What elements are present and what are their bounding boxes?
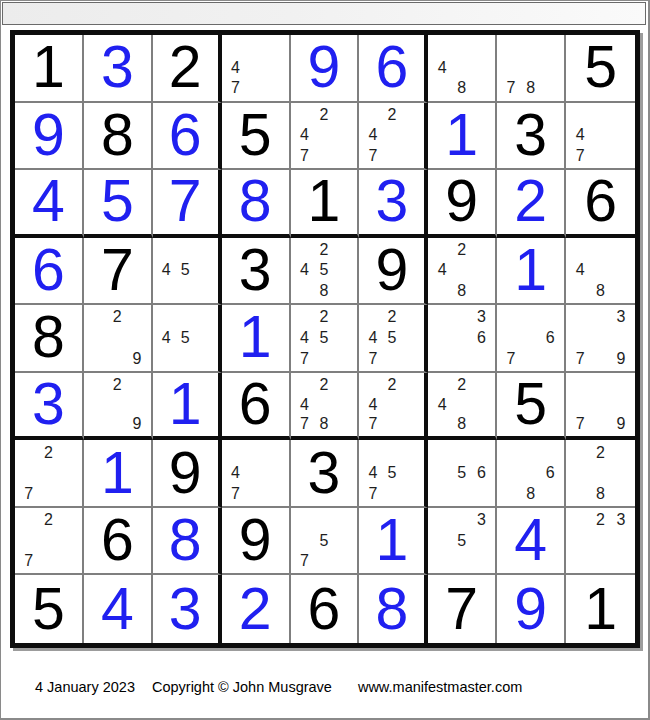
candidate-digit: 2 — [314, 307, 334, 328]
candidate-grid: 248 — [428, 238, 495, 304]
cell-r9c9[interactable]: 1 — [566, 575, 635, 643]
candidate-digit: 8 — [452, 78, 472, 99]
candidate-digit: 4 — [432, 260, 452, 281]
candidate-grid: 79 — [566, 373, 635, 437]
cell-r7c8[interactable]: 68 — [497, 440, 566, 508]
cell-value: 5 — [514, 375, 547, 434]
cell-value: 1 — [584, 580, 617, 639]
cell-value: 3 — [308, 444, 341, 503]
cell-r1c3[interactable]: 2 — [153, 35, 222, 103]
candidate-digit: 4 — [570, 260, 590, 281]
cell-r8c8[interactable]: 4 — [497, 508, 566, 576]
candidate-grid: 45 — [153, 238, 218, 304]
cell-r3c7[interactable]: 9 — [428, 170, 497, 238]
cell-value: 9 — [514, 580, 547, 639]
candidate-grid: 29 — [84, 305, 151, 371]
candidate-digit: 9 — [611, 348, 631, 369]
candidate-digit: 6 — [540, 328, 560, 349]
cell-value: 5 — [101, 172, 134, 231]
candidate-grid: 247 — [291, 103, 358, 169]
candidate-grid: 47 — [222, 35, 289, 101]
cell-r5c1[interactable]: 8 — [15, 305, 84, 373]
cell-r6c3[interactable]: 1 — [153, 373, 222, 441]
cell-r4c5[interactable]: 2458 — [291, 238, 360, 306]
candidate-digit: 4 — [226, 463, 246, 484]
candidate-digit: 5 — [382, 463, 401, 484]
cell-value: 8 — [101, 106, 134, 165]
candidate-digit: 2 — [108, 375, 128, 395]
candidate-grid: 35 — [428, 508, 495, 574]
cell-value: 9 — [445, 172, 478, 231]
footer: 4 January 2023Copyright © John Musgravew… — [35, 679, 522, 695]
candidate-digit: 9 — [127, 348, 147, 369]
cell-value: 1 — [445, 106, 478, 165]
cell-r4c9[interactable]: 48 — [566, 238, 635, 306]
candidate-digit: 2 — [108, 307, 128, 328]
cell-r4c7[interactable]: 248 — [428, 238, 497, 306]
cell-r5c4[interactable]: 1 — [222, 305, 291, 373]
cell-r7c6[interactable]: 457 — [359, 440, 428, 508]
cell-r6c2[interactable]: 29 — [84, 373, 153, 441]
candidate-digit: 2 — [452, 240, 472, 261]
candidate-digit: 5 — [382, 328, 401, 349]
candidate-grid: 27 — [15, 440, 82, 506]
candidate-digit: 8 — [314, 281, 334, 302]
cell-r1c8[interactable]: 78 — [497, 35, 566, 103]
cell-r2c4[interactable]: 5 — [222, 103, 291, 171]
candidate-grid: 27 — [15, 508, 82, 574]
cell-r4c8[interactable]: 1 — [497, 238, 566, 306]
candidate-digit: 2 — [314, 240, 334, 261]
candidate-grid: 248 — [428, 373, 495, 437]
cell-value: 7 — [169, 172, 202, 231]
cell-r4c1[interactable]: 6 — [15, 238, 84, 306]
candidate-grid: 78 — [497, 35, 564, 101]
cell-r8c4[interactable]: 9 — [222, 508, 291, 576]
cell-r9c5[interactable]: 6 — [291, 575, 360, 643]
candidate-digit: 2 — [382, 105, 401, 126]
cell-value: 5 — [32, 580, 65, 639]
cell-value: 5 — [584, 38, 617, 97]
candidate-digit: 7 — [363, 146, 382, 167]
candidate-digit: 7 — [501, 348, 521, 369]
cell-value: 9 — [308, 38, 341, 97]
cell-value: 3 — [239, 241, 272, 300]
candidate-digit: 7 — [570, 348, 590, 369]
candidate-digit: 4 — [226, 58, 246, 79]
cell-r2c6[interactable]: 247 — [359, 103, 428, 171]
cell-value: 6 — [169, 106, 202, 165]
cell-r6c5[interactable]: 2478 — [291, 373, 360, 441]
candidate-digit: 7 — [19, 551, 39, 572]
candidate-digit: 2 — [39, 442, 59, 463]
cell-r5c5[interactable]: 2457 — [291, 305, 360, 373]
cell-r9c1[interactable]: 5 — [15, 575, 84, 643]
candidate-digit: 4 — [570, 125, 590, 146]
candidate-grid: 47 — [222, 440, 289, 506]
cell-r9c7[interactable]: 7 — [428, 575, 497, 643]
cell-value: 1 — [169, 375, 202, 434]
cell-r7c5[interactable]: 3 — [291, 440, 360, 508]
candidate-grid: 48 — [428, 35, 495, 101]
cell-value: 3 — [101, 38, 134, 97]
cell-r5c6[interactable]: 2457 — [359, 305, 428, 373]
cell-value: 1 — [101, 444, 134, 503]
cell-r8c1[interactable]: 27 — [15, 508, 84, 576]
cell-value: 8 — [32, 308, 65, 367]
candidate-digit: 8 — [314, 414, 334, 434]
cell-r5c7[interactable]: 36 — [428, 305, 497, 373]
cell-r4c2[interactable]: 7 — [84, 238, 153, 306]
candidate-grid: 48 — [566, 238, 635, 304]
cell-r4c6[interactable]: 9 — [359, 238, 428, 306]
candidate-digit: 3 — [472, 307, 492, 328]
cell-r5c9[interactable]: 379 — [566, 305, 635, 373]
cell-r3c5[interactable]: 1 — [291, 170, 360, 238]
cell-r5c2[interactable]: 29 — [84, 305, 153, 373]
cell-value: 9 — [239, 511, 272, 570]
cell-r7c7[interactable]: 56 — [428, 440, 497, 508]
cell-value: 6 — [239, 375, 272, 434]
cell-value: 7 — [101, 241, 134, 300]
cell-value: 8 — [169, 511, 202, 570]
cell-r9c3[interactable]: 3 — [153, 575, 222, 643]
cell-r8c3[interactable]: 8 — [153, 508, 222, 576]
cell-r9c2[interactable]: 4 — [84, 575, 153, 643]
cell-value: 9 — [32, 106, 65, 165]
cell-value: 6 — [584, 172, 617, 231]
cell-r8c7[interactable]: 35 — [428, 508, 497, 576]
cell-r2c1[interactable]: 9 — [15, 103, 84, 171]
cell-r1c4[interactable]: 47 — [222, 35, 291, 103]
cell-value: 6 — [375, 38, 408, 97]
candidate-grid: 47 — [566, 103, 635, 169]
candidate-digit: 2 — [590, 442, 610, 463]
cell-r6c1[interactable]: 3 — [15, 373, 84, 441]
candidate-digit: 2 — [39, 510, 59, 531]
candidate-digit: 4 — [432, 395, 452, 415]
candidate-digit: 3 — [611, 307, 631, 328]
candidate-digit: 2 — [382, 307, 401, 328]
cell-r8c9[interactable]: 23 — [566, 508, 635, 576]
cell-value: 4 — [514, 511, 547, 570]
candidate-digit: 4 — [295, 125, 315, 146]
cell-value: 6 — [308, 580, 341, 639]
candidate-digit: 4 — [157, 328, 176, 349]
candidate-digit: 2 — [452, 375, 472, 395]
cell-r3c4[interactable]: 8 — [222, 170, 291, 238]
cell-r4c3[interactable]: 45 — [153, 238, 222, 306]
footer-website: www.manifestmaster.com — [358, 679, 522, 695]
candidate-digit: 4 — [295, 395, 315, 415]
cell-value: 4 — [101, 580, 134, 639]
sudoku-grid: 1324796487859865247247134745781392667453… — [10, 30, 640, 648]
candidate-digit: 7 — [295, 414, 315, 434]
cell-r7c1[interactable]: 27 — [15, 440, 84, 508]
candidate-digit: 7 — [363, 348, 382, 369]
candidate-digit: 6 — [540, 463, 560, 484]
cell-r2c5[interactable]: 247 — [291, 103, 360, 171]
cell-value: 9 — [169, 444, 202, 503]
cell-value: 8 — [375, 580, 408, 639]
cell-r3c1[interactable]: 4 — [15, 170, 84, 238]
candidate-digit: 2 — [382, 375, 401, 395]
candidate-digit: 4 — [295, 260, 315, 281]
candidate-grid: 28 — [566, 440, 635, 506]
cell-r2c3[interactable]: 6 — [153, 103, 222, 171]
candidate-digit: 2 — [590, 510, 610, 531]
cell-value: 1 — [239, 308, 272, 367]
cell-r3c2[interactable]: 5 — [84, 170, 153, 238]
candidate-digit: 5 — [452, 463, 472, 484]
candidate-digit: 8 — [590, 483, 610, 504]
cell-value: 3 — [169, 580, 202, 639]
cell-r5c8[interactable]: 67 — [497, 305, 566, 373]
candidate-digit: 4 — [432, 58, 452, 79]
candidate-digit: 7 — [570, 414, 590, 434]
cell-r6c8[interactable]: 5 — [497, 373, 566, 441]
cell-value: 1 — [32, 38, 65, 97]
candidate-digit: 4 — [363, 463, 382, 484]
candidate-grid: 67 — [497, 305, 564, 371]
cell-r2c9[interactable]: 47 — [566, 103, 635, 171]
cell-r2c7[interactable]: 1 — [428, 103, 497, 171]
cell-r3c9[interactable]: 6 — [566, 170, 635, 238]
cell-r4c4[interactable]: 3 — [222, 238, 291, 306]
candidate-digit: 3 — [611, 510, 631, 531]
candidate-digit: 7 — [501, 78, 521, 99]
candidate-digit: 7 — [295, 348, 315, 369]
candidate-digit: 8 — [590, 281, 610, 302]
candidate-digit: 7 — [363, 414, 382, 434]
candidate-digit: 7 — [226, 78, 246, 99]
window-titlebar — [2, 2, 646, 25]
cell-r7c9[interactable]: 28 — [566, 440, 635, 508]
cell-value: 2 — [239, 580, 272, 639]
candidate-digit: 2 — [314, 105, 334, 126]
cell-r7c3[interactable]: 9 — [153, 440, 222, 508]
candidate-digit: 8 — [452, 414, 472, 434]
candidate-digit: 7 — [363, 483, 382, 504]
cell-r9c4[interactable]: 2 — [222, 575, 291, 643]
cell-r6c9[interactable]: 79 — [566, 373, 635, 441]
candidate-digit: 5 — [176, 260, 195, 281]
cell-value: 1 — [308, 172, 341, 231]
candidate-grid: 2457 — [359, 305, 424, 371]
cell-value: 3 — [514, 106, 547, 165]
candidate-digit: 7 — [295, 146, 315, 167]
candidate-digit: 6 — [472, 328, 492, 349]
cell-r6c4[interactable]: 6 — [222, 373, 291, 441]
cell-value: 1 — [375, 511, 408, 570]
cell-value: 3 — [375, 172, 408, 231]
cell-r3c6[interactable]: 3 — [359, 170, 428, 238]
candidate-digit: 4 — [295, 328, 315, 349]
candidate-grid: 2458 — [291, 238, 358, 304]
cell-value: 1 — [514, 241, 547, 300]
cell-r7c2[interactable]: 1 — [84, 440, 153, 508]
candidate-grid: 247 — [359, 373, 424, 437]
candidate-digit: 5 — [176, 328, 195, 349]
cell-value: 8 — [239, 172, 272, 231]
cell-r2c2[interactable]: 8 — [84, 103, 153, 171]
candidate-digit: 5 — [314, 260, 334, 281]
cell-r9c6[interactable]: 8 — [359, 575, 428, 643]
cell-r1c5[interactable]: 9 — [291, 35, 360, 103]
cell-r8c5[interactable]: 57 — [291, 508, 360, 576]
candidate-grid: 29 — [84, 373, 151, 437]
candidate-digit: 8 — [521, 483, 541, 504]
candidate-digit: 4 — [363, 328, 382, 349]
candidate-grid: 457 — [359, 440, 424, 506]
footer-date: 4 January 2023 — [35, 679, 135, 695]
candidate-digit: 2 — [314, 375, 334, 395]
candidate-digit: 4 — [157, 260, 176, 281]
candidate-digit: 8 — [521, 78, 541, 99]
candidate-digit: 7 — [570, 146, 590, 167]
cell-r1c9[interactable]: 5 — [566, 35, 635, 103]
cell-r1c1[interactable]: 1 — [15, 35, 84, 103]
candidate-grid: 36 — [428, 305, 495, 371]
cell-r3c3[interactable]: 7 — [153, 170, 222, 238]
cell-r6c7[interactable]: 248 — [428, 373, 497, 441]
cell-r8c6[interactable]: 1 — [359, 508, 428, 576]
cell-r1c7[interactable]: 48 — [428, 35, 497, 103]
candidate-digit: 3 — [472, 510, 492, 531]
candidate-grid: 2478 — [291, 373, 358, 437]
cell-r6c6[interactable]: 247 — [359, 373, 428, 441]
candidate-digit: 9 — [127, 414, 147, 434]
cell-value: 7 — [445, 580, 478, 639]
candidate-digit: 4 — [363, 395, 382, 415]
candidate-grid: 45 — [153, 305, 218, 371]
candidate-digit: 6 — [472, 463, 492, 484]
candidate-digit: 7 — [226, 483, 246, 504]
cell-r8c2[interactable]: 6 — [84, 508, 153, 576]
cell-value: 4 — [32, 172, 65, 231]
cell-value: 6 — [32, 241, 65, 300]
cell-value: 5 — [239, 106, 272, 165]
candidate-grid: 57 — [291, 508, 358, 574]
cell-value: 3 — [32, 375, 65, 434]
cell-value: 9 — [375, 241, 408, 300]
candidate-digit: 5 — [314, 530, 334, 551]
candidate-digit: 8 — [452, 281, 472, 302]
cell-r7c4[interactable]: 47 — [222, 440, 291, 508]
cell-value: 2 — [169, 38, 202, 97]
candidate-digit: 7 — [19, 483, 39, 504]
cell-value: 2 — [514, 172, 547, 231]
cell-r3c8[interactable]: 2 — [497, 170, 566, 238]
footer-copyright: Copyright © John Musgrave — [152, 679, 332, 695]
cell-r1c2[interactable]: 3 — [84, 35, 153, 103]
candidate-digit: 7 — [295, 551, 315, 572]
cell-r9c8[interactable]: 9 — [497, 575, 566, 643]
cell-r2c8[interactable]: 3 — [497, 103, 566, 171]
candidate-digit: 9 — [611, 414, 631, 434]
candidate-grid: 68 — [497, 440, 564, 506]
candidate-grid: 247 — [359, 103, 424, 169]
candidate-grid: 56 — [428, 440, 495, 506]
candidate-digit: 5 — [452, 530, 472, 551]
candidate-grid: 379 — [566, 305, 635, 371]
cell-value: 6 — [101, 511, 134, 570]
candidate-digit: 4 — [363, 125, 382, 146]
cell-r1c6[interactable]: 6 — [359, 35, 428, 103]
candidate-grid: 23 — [566, 508, 635, 574]
candidate-grid: 2457 — [291, 305, 358, 371]
cell-r5c3[interactable]: 45 — [153, 305, 222, 373]
candidate-digit: 5 — [314, 328, 334, 349]
